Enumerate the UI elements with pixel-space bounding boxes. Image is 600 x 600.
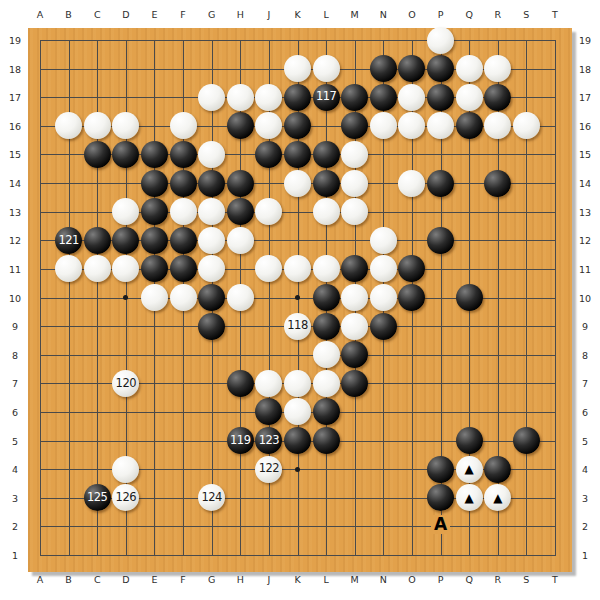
triangle-mark-icon: ▲ [465,463,474,475]
stone-white[interactable] [313,370,340,397]
stone-white[interactable] [198,198,225,225]
coord-label-top: B [65,9,72,20]
coord-label-right: 16 [579,120,591,131]
stone-black[interactable] [456,284,483,311]
stone-white[interactable] [284,398,311,425]
stone-white[interactable] [284,255,311,282]
triangle-mark-icon: ▲ [465,491,474,503]
coord-label-left: 2 [12,521,18,532]
coord-label-right: 18 [579,63,591,74]
stone-white[interactable] [456,55,483,82]
stone-black[interactable] [227,198,254,225]
stone-black[interactable] [198,284,225,311]
stone-white[interactable] [198,227,225,254]
coord-label-left: 1 [12,550,18,561]
coord-label-left: 17 [9,92,21,103]
stone-black[interactable] [427,84,454,111]
stone-white[interactable]: ▲ [484,484,511,511]
stone-black[interactable] [170,255,197,282]
stone-white[interactable] [341,313,368,340]
coord-label-top: A [37,9,44,20]
stone-white[interactable] [284,55,311,82]
stone-white[interactable] [284,170,311,197]
stone-black[interactable] [141,255,168,282]
move-number: 125 [87,492,107,504]
stone-black[interactable] [170,170,197,197]
stone-white[interactable] [112,198,139,225]
stone-black[interactable] [313,170,340,197]
stone-black[interactable] [484,84,511,111]
stone-black[interactable] [112,227,139,254]
coord-label-right: 15 [579,149,591,160]
stone-white[interactable] [112,255,139,282]
coord-label-left: 10 [9,292,21,303]
coord-label-bottom: D [122,574,129,585]
coord-label-top: D [122,9,129,20]
stone-black[interactable] [398,55,425,82]
coord-label-bottom: K [294,574,300,585]
coord-label-left: 9 [12,321,18,332]
coord-label-right: 17 [579,92,591,103]
stone-white[interactable] [55,112,82,139]
stone-white[interactable] [227,284,254,311]
coord-label-top: R [494,9,501,20]
stone-white[interactable] [141,284,168,311]
stone-black[interactable] [427,456,454,483]
coord-label-right: 19 [579,35,591,46]
stone-black[interactable] [84,141,111,168]
move-number: 119 [230,435,250,447]
coord-label-right: 8 [582,349,588,360]
star-point [295,467,300,472]
coord-label-bottom: J [267,574,270,585]
stone-black[interactable] [427,484,454,511]
stone-white[interactable] [370,284,397,311]
stone-black[interactable] [141,198,168,225]
stone-black[interactable] [341,341,368,368]
coord-label-top: P [438,9,444,20]
coord-label-top: H [237,9,244,20]
stone-black[interactable] [112,141,139,168]
coord-label-left: 16 [9,120,21,131]
coord-label-top: C [94,9,101,20]
move-number: 118 [287,320,307,332]
stone-black[interactable] [313,398,340,425]
coord-label-right: 14 [579,178,591,189]
stone-white[interactable] [84,255,111,282]
move-number: 126 [116,492,136,504]
stone-white[interactable] [341,198,368,225]
stone-black[interactable] [456,112,483,139]
stone-black[interactable] [341,84,368,111]
stone-white[interactable] [255,370,282,397]
coord-label-bottom: H [237,574,244,585]
stone-white[interactable] [341,141,368,168]
coord-label-bottom: S [523,574,529,585]
stone-black[interactable] [227,370,254,397]
coord-label-top: G [208,9,215,20]
coord-label-bottom: T [552,574,558,585]
grid-line-horizontal [40,355,556,356]
stone-black[interactable] [456,427,483,454]
coord-label-top: E [151,9,157,20]
coord-label-top: J [267,9,270,20]
coord-label-right: 11 [579,263,591,274]
stone-black[interactable] [398,284,425,311]
move-number: 121 [58,235,78,247]
stone-white[interactable] [170,198,197,225]
coord-label-left: 7 [12,378,18,389]
stone-black[interactable] [427,55,454,82]
grid-line-horizontal [40,526,556,527]
stone-black[interactable] [284,112,311,139]
stone-white[interactable] [198,255,225,282]
stone-white[interactable]: 118 [284,313,311,340]
stone-white[interactable] [313,255,340,282]
stone-black[interactable] [341,370,368,397]
coord-label-right: 9 [582,321,588,332]
coord-label-bottom: O [408,574,415,585]
coord-label-top: F [180,9,185,20]
stone-white[interactable] [255,84,282,111]
stone-black[interactable] [198,170,225,197]
star-point [295,295,300,300]
stone-black[interactable] [284,141,311,168]
stone-white[interactable] [341,284,368,311]
move-number: 117 [316,91,336,103]
move-number: 123 [259,435,279,447]
stone-white[interactable] [170,112,197,139]
coord-label-top: T [552,9,558,20]
stone-black[interactable] [284,84,311,111]
coord-label-right: 3 [582,492,588,503]
stone-black[interactable]: 125 [84,484,111,511]
coord-label-bottom: Q [465,574,472,585]
coord-label-top: S [523,9,529,20]
stone-black[interactable] [341,112,368,139]
coord-label-left: 12 [9,235,21,246]
stone-black[interactable] [313,313,340,340]
stone-white[interactable] [255,255,282,282]
stone-white[interactable] [341,170,368,197]
coord-label-left: 18 [9,63,21,74]
stone-white[interactable] [112,456,139,483]
coord-label-bottom: L [323,574,328,585]
stone-white[interactable] [227,84,254,111]
stone-black[interactable] [255,398,282,425]
stone-white[interactable] [427,112,454,139]
board-label-A: A [431,515,450,534]
stone-white[interactable] [198,84,225,111]
stone-black[interactable] [313,284,340,311]
coord-label-left: 13 [9,206,21,217]
coord-label-right: 10 [579,292,591,303]
stone-black[interactable]: 123 [255,427,282,454]
stone-white[interactable] [427,27,454,54]
coord-label-right: 6 [582,406,588,417]
coord-label-bottom: C [94,574,101,585]
grid-line-horizontal [40,555,556,556]
coord-label-left: 14 [9,178,21,189]
coord-label-right: 12 [579,235,591,246]
stone-white[interactable] [198,141,225,168]
coord-label-left: 6 [12,406,18,417]
triangle-mark-icon: ▲ [493,491,502,503]
stone-black[interactable]: 119 [227,427,254,454]
coord-label-left: 11 [9,263,21,274]
stone-white[interactable] [170,284,197,311]
stone-black[interactable] [398,255,425,282]
coord-label-top: M [351,9,359,20]
stone-black[interactable] [370,55,397,82]
stone-white[interactable] [398,112,425,139]
stone-white[interactable]: 124 [198,484,225,511]
stone-black[interactable] [227,112,254,139]
stone-white[interactable]: 122 [255,456,282,483]
stone-black[interactable] [484,170,511,197]
stone-black[interactable] [370,313,397,340]
coord-label-left: 4 [12,464,18,475]
grid-line-vertical [555,40,556,556]
coord-label-top: O [408,9,415,20]
stone-black[interactable] [255,141,282,168]
stone-white[interactable] [112,112,139,139]
stone-white[interactable]: ▲ [456,456,483,483]
stone-white[interactable] [255,112,282,139]
coord-label-left: 5 [12,435,18,446]
star-point [123,295,128,300]
coord-label-left: 19 [9,35,21,46]
stone-white[interactable] [313,341,340,368]
stone-white[interactable] [398,170,425,197]
coord-label-left: 8 [12,349,18,360]
coord-label-bottom: F [180,574,185,585]
stone-white[interactable] [313,55,340,82]
stone-black[interactable] [84,227,111,254]
stone-black[interactable] [198,313,225,340]
stone-white[interactable] [284,370,311,397]
coord-label-bottom: E [151,574,157,585]
stone-black[interactable] [141,227,168,254]
stone-white[interactable] [484,112,511,139]
stone-white[interactable] [55,255,82,282]
coord-label-bottom: N [380,574,387,585]
coord-label-top: K [294,9,300,20]
stone-white[interactable] [313,198,340,225]
stone-black[interactable] [170,227,197,254]
stone-white[interactable] [398,84,425,111]
stone-white[interactable] [370,227,397,254]
stone-black[interactable]: 117 [313,84,340,111]
coord-label-right: 4 [582,464,588,475]
stone-white[interactable] [84,112,111,139]
stone-white[interactable] [255,198,282,225]
go-board[interactable]: A117121119123125118120122▲126124▲▲ [28,28,572,572]
coord-label-right: 2 [582,521,588,532]
stone-black[interactable] [427,227,454,254]
stone-black[interactable] [427,170,454,197]
go-diagram: A117121119123125118120122▲126124▲▲ AABBC… [0,0,600,600]
stone-black[interactable] [170,141,197,168]
move-number: 122 [259,463,279,475]
coord-label-top: L [323,9,328,20]
stone-white[interactable] [227,227,254,254]
stone-black[interactable] [341,255,368,282]
coord-label-bottom: M [351,574,359,585]
stone-black[interactable]: 121 [55,227,82,254]
stone-white[interactable] [370,255,397,282]
coord-label-top: N [380,9,387,20]
stone-black[interactable] [513,427,540,454]
coord-label-right: 1 [582,550,588,561]
move-number: 120 [116,378,136,390]
stone-black[interactable] [313,427,340,454]
stone-white[interactable] [456,84,483,111]
coord-label-top: Q [465,9,472,20]
stone-white[interactable]: 126 [112,484,139,511]
stone-white[interactable] [484,55,511,82]
stone-white[interactable] [513,112,540,139]
stone-white[interactable]: ▲ [456,484,483,511]
stone-white[interactable]: 120 [112,370,139,397]
stone-black[interactable] [227,170,254,197]
coord-label-left: 3 [12,492,18,503]
coord-label-right: 5 [582,435,588,446]
stone-white[interactable] [370,112,397,139]
stone-black[interactable] [370,84,397,111]
move-number: 124 [201,492,221,504]
stone-black[interactable] [484,456,511,483]
coord-label-bottom: R [494,574,501,585]
coord-label-bottom: B [65,574,72,585]
coord-label-bottom: A [37,574,44,585]
coord-label-bottom: P [438,574,444,585]
stone-black[interactable] [141,170,168,197]
stone-black[interactable] [284,427,311,454]
coord-label-left: 15 [9,149,21,160]
coord-label-bottom: G [208,574,215,585]
stone-black[interactable] [141,141,168,168]
coord-label-right: 7 [582,378,588,389]
coord-label-right: 13 [579,206,591,217]
stone-black[interactable] [313,141,340,168]
